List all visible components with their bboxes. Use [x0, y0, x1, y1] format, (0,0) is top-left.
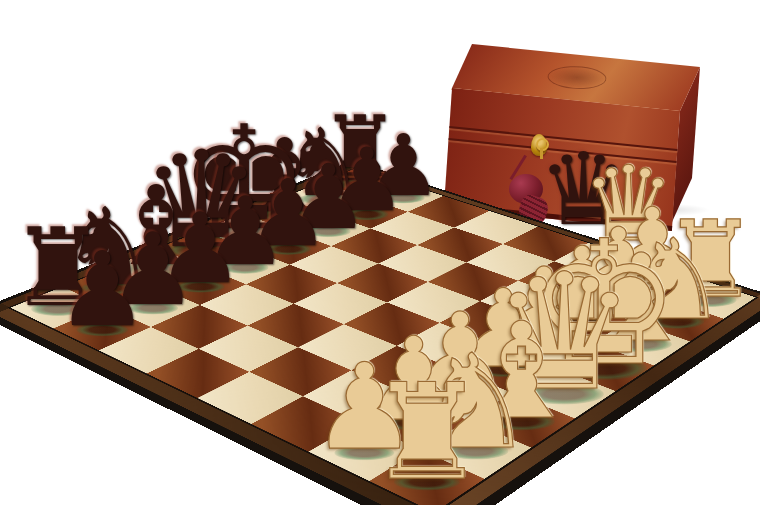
piece-white-rook-a1[interactable]: ♜: [368, 366, 487, 498]
chess-set-photo: ♛♛ ♜♞♝♛♚♝♞♜♟♟♟♟♟♟♟♟♟♟♟♟♟♟♟♟♜♞♝♛♚♝♞♜: [0, 0, 760, 505]
box-emboss-logo: [543, 64, 611, 92]
piece-black-pawn-a7[interactable]: ♟: [56, 239, 148, 342]
